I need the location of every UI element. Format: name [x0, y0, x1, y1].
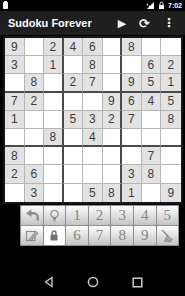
cell-r7c1[interactable]: 8	[5, 147, 25, 165]
cell-r8c6[interactable]	[103, 165, 123, 183]
cell-r2c4[interactable]	[64, 56, 84, 74]
home-button[interactable]	[87, 276, 99, 288]
cell-r6c2[interactable]	[25, 129, 45, 147]
digit-8-button[interactable]: 8	[111, 226, 133, 245]
cell-r3c1[interactable]	[5, 74, 25, 92]
cell-r6c8[interactable]	[142, 129, 162, 147]
nav-bar	[0, 268, 185, 296]
status-bar: 7:02	[0, 0, 185, 11]
undo-button[interactable]	[21, 206, 43, 225]
signal-icon	[146, 1, 155, 10]
digit-5-button[interactable]: 5	[157, 206, 179, 225]
action-bar: Sudoku Forever ▶ ⟳ ⋮	[0, 11, 185, 35]
cell-r9c2[interactable]: 3	[25, 184, 45, 202]
cell-r8c3[interactable]	[44, 165, 64, 183]
cell-r2c8[interactable]: 6	[142, 56, 162, 74]
cell-r2c1[interactable]: 3	[5, 56, 25, 74]
cell-r1c7[interactable]: 8	[122, 38, 142, 56]
cell-r3c5[interactable]: 7	[83, 74, 103, 92]
cell-r1c9[interactable]	[161, 38, 181, 56]
overflow-menu-icon[interactable]: ⋮	[163, 17, 175, 29]
cell-r3c8[interactable]: 5	[142, 74, 162, 92]
cell-r4c3[interactable]	[44, 93, 64, 111]
cell-r4c9[interactable]: 5	[161, 93, 181, 111]
notes-button[interactable]	[21, 226, 43, 245]
refresh-icon[interactable]: ⟳	[139, 17, 150, 30]
broom-icon	[160, 229, 174, 243]
digit-2-button[interactable]: 2	[89, 206, 111, 225]
sudoku-board: 9246831862827951729645153278848726383581…	[3, 36, 183, 204]
cell-r2c2[interactable]	[25, 56, 45, 74]
cell-r2c5[interactable]: 8	[83, 56, 103, 74]
lock-icon	[158, 1, 165, 10]
phone-screen: 7:02 Sudoku Forever ▶ ⟳ ⋮ 92468318628279…	[0, 0, 185, 296]
cell-r7c4[interactable]	[64, 147, 84, 165]
cell-r5c5[interactable]: 3	[83, 111, 103, 129]
cell-r8c4[interactable]	[64, 165, 84, 183]
app-title: Sudoku Forever	[8, 17, 118, 29]
hint-button[interactable]	[44, 206, 66, 225]
digit-6-button[interactable]: 6	[66, 226, 88, 245]
cell-r5c6[interactable]: 2	[103, 111, 123, 129]
cell-r2c7[interactable]	[122, 56, 142, 74]
cell-r9c6[interactable]: 8	[103, 184, 123, 202]
cell-r5c8[interactable]	[142, 111, 162, 129]
cell-r8c9[interactable]	[161, 165, 181, 183]
digit-7-button[interactable]: 7	[89, 226, 111, 245]
input-toolbar: 1 2 3 4 5 6 7 8 9	[20, 205, 179, 246]
digit-3-button[interactable]: 3	[111, 206, 133, 225]
cell-r3c3[interactable]	[44, 74, 64, 92]
back-button[interactable]	[43, 276, 54, 288]
cell-r7c8[interactable]: 7	[142, 147, 162, 165]
cell-r6c7[interactable]	[122, 129, 142, 147]
clear-button[interactable]	[157, 226, 179, 245]
cell-r5c3[interactable]	[44, 111, 64, 129]
cell-r2c6[interactable]	[103, 56, 123, 74]
undo-icon	[25, 209, 39, 222]
cell-r1c6[interactable]	[103, 38, 123, 56]
cell-r4c8[interactable]: 4	[142, 93, 162, 111]
cell-r8c1[interactable]: 2	[5, 165, 25, 183]
cell-r3c6[interactable]	[103, 74, 123, 92]
cell-r6c3[interactable]: 8	[44, 129, 64, 147]
recents-button[interactable]	[132, 277, 143, 288]
cell-r3c4[interactable]: 2	[64, 74, 84, 92]
cell-r7c9[interactable]	[161, 147, 181, 165]
digit-9-button[interactable]: 9	[134, 226, 156, 245]
cell-r6c1[interactable]	[5, 129, 25, 147]
cell-r2c9[interactable]: 2	[161, 56, 181, 74]
lock-button[interactable]	[44, 226, 66, 245]
lightbulb-icon	[48, 209, 61, 223]
cell-r1c3[interactable]: 2	[44, 38, 64, 56]
cell-r4c4[interactable]	[64, 93, 84, 111]
status-time: 7:02	[168, 2, 182, 9]
cell-r1c2[interactable]	[25, 38, 45, 56]
cell-r9c8[interactable]	[142, 184, 162, 202]
cell-r8c2[interactable]: 6	[25, 165, 45, 183]
cell-r2c3[interactable]: 1	[44, 56, 64, 74]
cell-r4c6[interactable]: 9	[103, 93, 123, 111]
cell-r5c7[interactable]: 7	[122, 111, 142, 129]
cell-r3c9[interactable]: 1	[161, 74, 181, 92]
digit-1-button[interactable]: 1	[66, 206, 88, 225]
cell-r4c2[interactable]: 2	[25, 93, 45, 111]
cell-r1c5[interactable]: 6	[83, 38, 103, 56]
cell-r6c4[interactable]	[64, 129, 84, 147]
cell-r3c7[interactable]: 9	[122, 74, 142, 92]
cell-r8c5[interactable]	[83, 165, 103, 183]
pencil-icon	[25, 229, 39, 242]
cell-r6c9[interactable]	[161, 129, 181, 147]
cell-r9c3[interactable]	[44, 184, 64, 202]
cell-r7c6[interactable]	[103, 147, 123, 165]
cell-r4c1[interactable]: 7	[5, 93, 25, 111]
cell-r8c7[interactable]: 3	[122, 165, 142, 183]
cell-r6c6[interactable]	[103, 129, 123, 147]
cell-r9c9[interactable]: 9	[161, 184, 181, 202]
cell-r1c1[interactable]: 9	[5, 38, 25, 56]
cell-r5c9[interactable]: 8	[161, 111, 181, 129]
cell-r4c7[interactable]: 6	[122, 93, 142, 111]
cell-r4c5[interactable]	[83, 93, 103, 111]
cell-r7c7[interactable]	[122, 147, 142, 165]
cell-r9c4[interactable]	[64, 184, 84, 202]
digit-4-button[interactable]: 4	[134, 206, 156, 225]
cell-r3c2[interactable]: 8	[25, 74, 45, 92]
cell-r7c5[interactable]	[83, 147, 103, 165]
lock-toggle-icon	[48, 229, 60, 242]
cell-r9c7[interactable]: 1	[122, 184, 142, 202]
play-icon[interactable]: ▶	[118, 18, 126, 29]
cell-r5c2[interactable]	[25, 111, 45, 129]
cell-r9c1[interactable]	[5, 184, 25, 202]
cell-r7c2[interactable]	[25, 147, 45, 165]
cell-r9c5[interactable]: 5	[83, 184, 103, 202]
cell-r1c4[interactable]: 4	[64, 38, 84, 56]
cell-r1c8[interactable]	[142, 38, 162, 56]
cell-r5c4[interactable]: 5	[64, 111, 84, 129]
cell-r6c5[interactable]: 4	[83, 129, 103, 147]
cell-r7c3[interactable]	[44, 147, 64, 165]
cell-r8c8[interactable]: 8	[142, 165, 162, 183]
notification-icon	[3, 2, 8, 9]
cell-r5c1[interactable]: 1	[5, 111, 25, 129]
